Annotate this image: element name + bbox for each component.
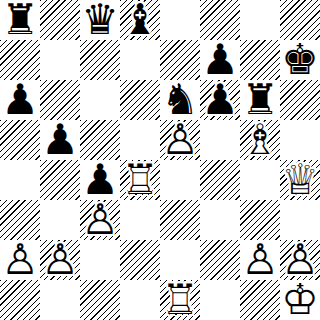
piece-white-rook-body: ♜ bbox=[120, 160, 160, 200]
piece-white-rook-body: ♜ bbox=[160, 280, 200, 320]
square-e3[interactable] bbox=[160, 200, 200, 240]
square-h2[interactable]: ♟♙ bbox=[280, 240, 320, 280]
square-f3[interactable] bbox=[200, 200, 240, 240]
piece-white-bishop-body: ♝ bbox=[240, 120, 280, 160]
square-f5[interactable] bbox=[200, 120, 240, 160]
square-a1[interactable] bbox=[0, 280, 40, 320]
square-c4[interactable]: ♟ bbox=[80, 160, 120, 200]
square-f2[interactable] bbox=[200, 240, 240, 280]
square-g3[interactable] bbox=[240, 200, 280, 240]
square-d5[interactable] bbox=[120, 120, 160, 160]
square-e7[interactable] bbox=[160, 40, 200, 80]
square-g7[interactable] bbox=[240, 40, 280, 80]
piece-white-rook: ♖ bbox=[160, 280, 200, 320]
piece-black-pawn: ♟ bbox=[40, 120, 80, 160]
square-d8[interactable]: ♝ bbox=[120, 0, 160, 40]
square-c2[interactable] bbox=[80, 240, 120, 280]
square-d6[interactable] bbox=[120, 80, 160, 120]
square-h1[interactable]: ♚♔ bbox=[280, 280, 320, 320]
piece-white-pawn-body: ♟ bbox=[80, 200, 120, 240]
square-a8[interactable]: ♜ bbox=[0, 0, 40, 40]
square-f4[interactable] bbox=[200, 160, 240, 200]
square-c3[interactable]: ♟♙ bbox=[80, 200, 120, 240]
piece-black-pawn: ♟ bbox=[80, 160, 120, 200]
square-f8[interactable] bbox=[200, 0, 240, 40]
square-a5[interactable] bbox=[0, 120, 40, 160]
square-b7[interactable] bbox=[40, 40, 80, 80]
square-h3[interactable] bbox=[280, 200, 320, 240]
piece-white-pawn: ♙ bbox=[40, 240, 80, 280]
piece-white-king: ♔ bbox=[280, 280, 320, 320]
piece-black-king: ♚ bbox=[280, 40, 320, 80]
square-f6[interactable]: ♟ bbox=[200, 80, 240, 120]
square-g8[interactable] bbox=[240, 0, 280, 40]
piece-white-pawn: ♙ bbox=[80, 200, 120, 240]
piece-white-pawn-body: ♟ bbox=[240, 240, 280, 280]
square-c6[interactable] bbox=[80, 80, 120, 120]
square-b8[interactable] bbox=[40, 0, 80, 40]
square-d3[interactable] bbox=[120, 200, 160, 240]
square-h5[interactable] bbox=[280, 120, 320, 160]
piece-white-pawn-body: ♟ bbox=[40, 240, 80, 280]
piece-white-pawn-body: ♟ bbox=[280, 240, 320, 280]
square-d4[interactable]: ♜♖ bbox=[120, 160, 160, 200]
piece-white-pawn-body: ♟ bbox=[160, 120, 200, 160]
piece-white-bishop: ♗ bbox=[240, 120, 280, 160]
square-e6[interactable]: ♞ bbox=[160, 80, 200, 120]
piece-black-pawn: ♟ bbox=[200, 40, 240, 80]
square-e1[interactable]: ♜♖ bbox=[160, 280, 200, 320]
square-b1[interactable] bbox=[40, 280, 80, 320]
square-g6[interactable]: ♜ bbox=[240, 80, 280, 120]
piece-black-queen: ♛ bbox=[80, 0, 120, 40]
square-h6[interactable] bbox=[280, 80, 320, 120]
square-g1[interactable] bbox=[240, 280, 280, 320]
square-d1[interactable] bbox=[120, 280, 160, 320]
square-b4[interactable] bbox=[40, 160, 80, 200]
square-c7[interactable] bbox=[80, 40, 120, 80]
square-g2[interactable]: ♟♙ bbox=[240, 240, 280, 280]
square-d7[interactable] bbox=[120, 40, 160, 80]
square-b2[interactable]: ♟♙ bbox=[40, 240, 80, 280]
square-f1[interactable] bbox=[200, 280, 240, 320]
square-e8[interactable] bbox=[160, 0, 200, 40]
square-c5[interactable] bbox=[80, 120, 120, 160]
square-h8[interactable] bbox=[280, 0, 320, 40]
piece-black-rook: ♜ bbox=[0, 0, 40, 40]
piece-black-knight: ♞ bbox=[160, 80, 200, 120]
piece-white-pawn: ♙ bbox=[240, 240, 280, 280]
piece-white-pawn: ♙ bbox=[0, 240, 40, 280]
piece-white-queen-body: ♛ bbox=[280, 160, 320, 200]
piece-white-rook: ♖ bbox=[120, 160, 160, 200]
piece-black-bishop: ♝ bbox=[120, 0, 160, 40]
chess-board: ♜♛♝♟♚♟♞♟♜♟♟♙♝♗♟♜♖♛♕♟♙♟♙♟♙♟♙♟♙♜♖♚♔ bbox=[0, 0, 320, 320]
square-f7[interactable]: ♟ bbox=[200, 40, 240, 80]
piece-white-pawn-body: ♟ bbox=[0, 240, 40, 280]
square-g4[interactable] bbox=[240, 160, 280, 200]
square-e5[interactable]: ♟♙ bbox=[160, 120, 200, 160]
square-c1[interactable] bbox=[80, 280, 120, 320]
square-b6[interactable] bbox=[40, 80, 80, 120]
piece-white-king-body: ♚ bbox=[280, 280, 320, 320]
square-e4[interactable] bbox=[160, 160, 200, 200]
square-b3[interactable] bbox=[40, 200, 80, 240]
square-d2[interactable] bbox=[120, 240, 160, 280]
piece-black-pawn: ♟ bbox=[200, 80, 240, 120]
square-e2[interactable] bbox=[160, 240, 200, 280]
piece-black-pawn: ♟ bbox=[0, 80, 40, 120]
square-h4[interactable]: ♛♕ bbox=[280, 160, 320, 200]
square-a2[interactable]: ♟♙ bbox=[0, 240, 40, 280]
piece-white-queen: ♕ bbox=[280, 160, 320, 200]
square-g5[interactable]: ♝♗ bbox=[240, 120, 280, 160]
square-a4[interactable] bbox=[0, 160, 40, 200]
square-a6[interactable]: ♟ bbox=[0, 80, 40, 120]
square-c8[interactable]: ♛ bbox=[80, 0, 120, 40]
piece-black-rook: ♜ bbox=[240, 80, 280, 120]
piece-white-pawn: ♙ bbox=[280, 240, 320, 280]
piece-white-pawn: ♙ bbox=[160, 120, 200, 160]
square-a7[interactable] bbox=[0, 40, 40, 80]
square-a3[interactable] bbox=[0, 200, 40, 240]
square-h7[interactable]: ♚ bbox=[280, 40, 320, 80]
square-b5[interactable]: ♟ bbox=[40, 120, 80, 160]
